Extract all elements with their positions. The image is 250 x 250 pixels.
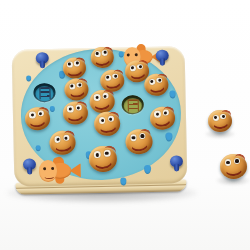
fish-peg[interactable]: [62, 101, 87, 125]
hole-picture: [35, 86, 53, 101]
water-droplet: [120, 177, 126, 185]
fish-peg[interactable]: [149, 106, 174, 130]
scene: [0, 0, 250, 250]
fish-illustration: [39, 158, 79, 183]
fish-smile: [43, 170, 55, 179]
ladder-icon: [127, 100, 138, 112]
board-unit: [12, 46, 188, 187]
corner-knob-peg[interactable]: [170, 155, 183, 167]
water-droplet: [144, 165, 151, 174]
water-droplet: [26, 75, 31, 81]
corner-knob-peg[interactable]: [36, 52, 49, 64]
fish-peg[interactable]: [90, 46, 113, 67]
loose-fish-peg[interactable]: [208, 110, 232, 132]
fish-peg[interactable]: [125, 128, 153, 154]
fish-peg[interactable]: [62, 57, 85, 78]
ladder-icon: [39, 87, 50, 99]
game-board: [12, 46, 188, 187]
loose-fish-peg[interactable]: [220, 154, 247, 179]
fish-peg[interactable]: [89, 89, 114, 113]
corner-knob-peg[interactable]: [156, 50, 169, 62]
corner-knob-peg[interactable]: [23, 158, 36, 170]
fish-peg[interactable]: [24, 107, 49, 131]
hole-picture: [124, 98, 142, 113]
